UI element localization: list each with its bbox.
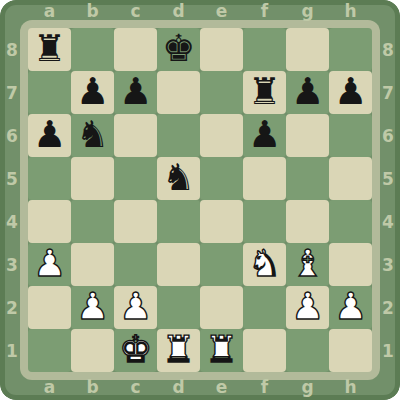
square-e8[interactable] bbox=[200, 28, 243, 71]
square-h8[interactable] bbox=[329, 28, 372, 71]
square-a5[interactable] bbox=[28, 157, 71, 200]
piece-white-pawn[interactable]: ♟ bbox=[76, 288, 109, 325]
square-c5[interactable] bbox=[114, 157, 157, 200]
piece-black-rook[interactable]: ♜ bbox=[33, 30, 66, 67]
rank-label-7: 7 bbox=[377, 71, 399, 114]
file-label-e: e bbox=[200, 0, 243, 22]
piece-white-pawn[interactable]: ♟ bbox=[291, 288, 324, 325]
rank-labels-right: 87654321 bbox=[377, 28, 399, 372]
square-h1[interactable] bbox=[329, 329, 372, 372]
rank-label-2: 2 bbox=[377, 286, 399, 329]
square-h3[interactable] bbox=[329, 243, 372, 286]
square-h2[interactable]: ♟ bbox=[329, 286, 372, 329]
file-label-a: a bbox=[28, 376, 71, 398]
square-g7[interactable]: ♟ bbox=[286, 71, 329, 114]
file-labels-bottom: abcdefgh bbox=[28, 376, 372, 398]
square-d5[interactable]: ♞ bbox=[157, 157, 200, 200]
rank-label-5: 5 bbox=[1, 157, 23, 200]
square-a8[interactable]: ♜ bbox=[28, 28, 71, 71]
square-d2[interactable] bbox=[157, 286, 200, 329]
file-label-b: b bbox=[71, 376, 114, 398]
rank-label-4: 4 bbox=[377, 200, 399, 243]
rank-label-3: 3 bbox=[377, 243, 399, 286]
square-c4[interactable] bbox=[114, 200, 157, 243]
rank-label-6: 6 bbox=[1, 114, 23, 157]
square-h4[interactable] bbox=[329, 200, 372, 243]
square-b2[interactable]: ♟ bbox=[71, 286, 114, 329]
piece-black-pawn[interactable]: ♟ bbox=[33, 116, 66, 153]
square-f1[interactable] bbox=[243, 329, 286, 372]
square-b4[interactable] bbox=[71, 200, 114, 243]
square-d8[interactable]: ♚ bbox=[157, 28, 200, 71]
rank-label-7: 7 bbox=[1, 71, 23, 114]
square-c6[interactable] bbox=[114, 114, 157, 157]
piece-black-pawn[interactable]: ♟ bbox=[76, 73, 109, 110]
rank-label-6: 6 bbox=[377, 114, 399, 157]
piece-black-pawn[interactable]: ♟ bbox=[291, 73, 324, 110]
chess-board-widget: abcdefgh abcdefgh 87654321 87654321 ♜♚♟♟… bbox=[0, 0, 400, 400]
piece-white-pawn[interactable]: ♟ bbox=[33, 245, 66, 282]
square-a4[interactable] bbox=[28, 200, 71, 243]
square-a7[interactable] bbox=[28, 71, 71, 114]
chess-board: ♜♚♟♟♜♟♟♟♞♟♞♟♞♝♟♟♟♟♚♜♜ bbox=[28, 28, 372, 372]
file-label-b: b bbox=[71, 0, 114, 22]
square-c7[interactable]: ♟ bbox=[114, 71, 157, 114]
piece-black-king[interactable]: ♚ bbox=[162, 30, 195, 67]
file-label-c: c bbox=[114, 0, 157, 22]
piece-white-rook[interactable]: ♜ bbox=[162, 331, 195, 368]
rank-label-3: 3 bbox=[1, 243, 23, 286]
rank-label-1: 1 bbox=[377, 329, 399, 372]
square-e3[interactable] bbox=[200, 243, 243, 286]
file-label-g: g bbox=[286, 0, 329, 22]
piece-black-pawn[interactable]: ♟ bbox=[248, 116, 281, 153]
square-c8[interactable] bbox=[114, 28, 157, 71]
square-a2[interactable] bbox=[28, 286, 71, 329]
square-f2[interactable] bbox=[243, 286, 286, 329]
rank-label-8: 8 bbox=[377, 28, 399, 71]
square-g6[interactable] bbox=[286, 114, 329, 157]
square-b3[interactable] bbox=[71, 243, 114, 286]
rank-label-4: 4 bbox=[1, 200, 23, 243]
file-label-f: f bbox=[243, 0, 286, 22]
square-e2[interactable] bbox=[200, 286, 243, 329]
square-b5[interactable] bbox=[71, 157, 114, 200]
square-c2[interactable]: ♟ bbox=[114, 286, 157, 329]
square-g5[interactable] bbox=[286, 157, 329, 200]
square-d4[interactable] bbox=[157, 200, 200, 243]
file-label-e: e bbox=[200, 376, 243, 398]
file-label-a: a bbox=[28, 0, 71, 22]
square-e4[interactable] bbox=[200, 200, 243, 243]
square-h5[interactable] bbox=[329, 157, 372, 200]
square-g8[interactable] bbox=[286, 28, 329, 71]
piece-white-bishop[interactable]: ♝ bbox=[291, 245, 324, 282]
square-b7[interactable]: ♟ bbox=[71, 71, 114, 114]
rank-label-1: 1 bbox=[1, 329, 23, 372]
square-d3[interactable] bbox=[157, 243, 200, 286]
square-f3[interactable]: ♞ bbox=[243, 243, 286, 286]
file-label-c: c bbox=[114, 376, 157, 398]
square-h6[interactable] bbox=[329, 114, 372, 157]
square-d6[interactable] bbox=[157, 114, 200, 157]
piece-white-pawn[interactable]: ♟ bbox=[119, 288, 152, 325]
file-label-d: d bbox=[157, 376, 200, 398]
piece-white-rook[interactable]: ♜ bbox=[205, 331, 238, 368]
square-c1[interactable]: ♚ bbox=[114, 329, 157, 372]
square-g1[interactable] bbox=[286, 329, 329, 372]
square-e6[interactable] bbox=[200, 114, 243, 157]
square-f6[interactable]: ♟ bbox=[243, 114, 286, 157]
square-d1[interactable]: ♜ bbox=[157, 329, 200, 372]
file-label-d: d bbox=[157, 0, 200, 22]
square-b1[interactable] bbox=[71, 329, 114, 372]
square-h7[interactable]: ♟ bbox=[329, 71, 372, 114]
square-g4[interactable] bbox=[286, 200, 329, 243]
square-a6[interactable]: ♟ bbox=[28, 114, 71, 157]
square-f7[interactable]: ♜ bbox=[243, 71, 286, 114]
piece-white-knight[interactable]: ♞ bbox=[248, 245, 281, 282]
square-g2[interactable]: ♟ bbox=[286, 286, 329, 329]
piece-black-knight[interactable]: ♞ bbox=[76, 116, 109, 153]
square-f8[interactable] bbox=[243, 28, 286, 71]
square-f5[interactable] bbox=[243, 157, 286, 200]
piece-black-knight[interactable]: ♞ bbox=[162, 159, 195, 196]
piece-black-pawn[interactable]: ♟ bbox=[119, 73, 152, 110]
square-f4[interactable] bbox=[243, 200, 286, 243]
file-label-f: f bbox=[243, 376, 286, 398]
rank-label-5: 5 bbox=[377, 157, 399, 200]
piece-white-pawn[interactable]: ♟ bbox=[334, 288, 367, 325]
file-label-h: h bbox=[329, 376, 372, 398]
file-label-g: g bbox=[286, 376, 329, 398]
square-d7[interactable] bbox=[157, 71, 200, 114]
file-labels-top: abcdefgh bbox=[28, 0, 372, 22]
square-a3[interactable]: ♟ bbox=[28, 243, 71, 286]
square-b8[interactable] bbox=[71, 28, 114, 71]
piece-black-pawn[interactable]: ♟ bbox=[334, 73, 367, 110]
square-e7[interactable] bbox=[200, 71, 243, 114]
square-g3[interactable]: ♝ bbox=[286, 243, 329, 286]
piece-black-rook[interactable]: ♜ bbox=[248, 73, 281, 110]
square-e5[interactable] bbox=[200, 157, 243, 200]
rank-label-8: 8 bbox=[1, 28, 23, 71]
square-e1[interactable]: ♜ bbox=[200, 329, 243, 372]
square-a1[interactable] bbox=[28, 329, 71, 372]
piece-white-king[interactable]: ♚ bbox=[119, 331, 152, 368]
file-label-h: h bbox=[329, 0, 372, 22]
square-b6[interactable]: ♞ bbox=[71, 114, 114, 157]
square-c3[interactable] bbox=[114, 243, 157, 286]
rank-labels-left: 87654321 bbox=[1, 28, 23, 372]
rank-label-2: 2 bbox=[1, 286, 23, 329]
